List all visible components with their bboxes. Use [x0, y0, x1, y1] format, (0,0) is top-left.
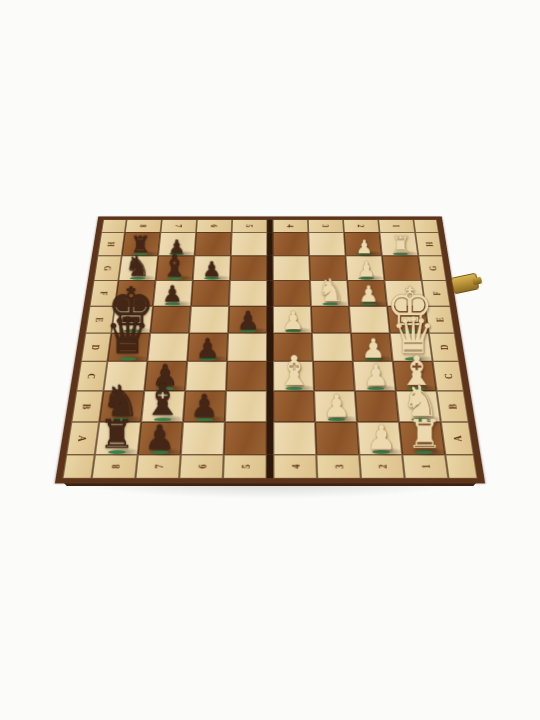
- rank-label-bottom-4: 4: [288, 464, 301, 468]
- file-label-left-B: B: [81, 404, 95, 409]
- square-d5: [227, 333, 267, 361]
- product-photo-scene: 87654321HHGGFFEEDDCCBBAA87654321♜♟♟♜♞♝♟♟…: [0, 0, 540, 720]
- rank-label-bottom-8: 8: [108, 464, 122, 468]
- piece-glyph: ♜: [98, 415, 134, 455]
- piece-glyph: ♝: [142, 378, 182, 422]
- square-h5: [231, 232, 267, 256]
- chess-board: 87654321HHGGFFEEDDCCBBAA87654321♜♟♟♜♞♝♟♟…: [55, 217, 485, 484]
- file-label-left-F: F: [98, 291, 110, 295]
- file-label-left-D: D: [90, 344, 103, 349]
- rank-label-top-4: 4: [285, 225, 296, 228]
- square-f4: [273, 280, 311, 306]
- piece-glyph: ♝: [161, 251, 188, 281]
- rank-label-bottom-6: 6: [195, 464, 209, 468]
- brass-clasp-icon: [451, 272, 480, 294]
- square-a5: [224, 422, 267, 455]
- piece-glyph: ♟: [281, 308, 303, 333]
- piece-glyph: ♞: [316, 275, 344, 306]
- piece-glyph: ♟: [356, 259, 375, 280]
- square-d3: [312, 333, 353, 361]
- rank-label-bottom-5: 5: [238, 464, 251, 468]
- frame-corner: [413, 220, 438, 233]
- piece-glyph: ♟: [144, 421, 175, 455]
- square-e7: [150, 306, 191, 333]
- square-h6: [194, 232, 231, 256]
- file-label-right-G: G: [426, 266, 438, 271]
- file-label-right-H: H: [423, 242, 435, 247]
- rank-label-top-7: 7: [173, 225, 184, 228]
- piece-glyph: ♟: [162, 284, 182, 306]
- piece-glyph: ♟: [358, 284, 378, 306]
- square-c3: [313, 361, 355, 391]
- piece-glyph: ♟: [190, 391, 218, 422]
- rank-label-top-6: 6: [209, 225, 220, 228]
- file-label-left-G: G: [102, 266, 114, 271]
- piece-glyph: ♝: [275, 350, 312, 391]
- piece-glyph: ♟: [361, 335, 385, 362]
- rank-label-top-3: 3: [320, 225, 331, 228]
- square-f5: [229, 280, 267, 306]
- piece-glyph: ♜: [406, 415, 442, 455]
- square-a6: [181, 422, 225, 455]
- square-b5: [225, 391, 267, 422]
- file-label-left-H: H: [105, 242, 117, 247]
- rank-label-top-2: 2: [356, 225, 367, 228]
- frame-corner: [445, 455, 477, 479]
- frame-corner: [62, 455, 94, 479]
- piece-glyph: ♟: [355, 237, 372, 256]
- piece-glyph: ♟: [366, 421, 397, 455]
- file-label-right-A: A: [450, 435, 464, 441]
- rank-label-bottom-1: 1: [418, 464, 432, 468]
- square-h4: [273, 232, 309, 256]
- file-label-right-C: C: [441, 373, 454, 378]
- square-d7: [147, 333, 189, 361]
- piece-glyph: ♟: [322, 391, 350, 422]
- frame-corner: [101, 220, 126, 233]
- piece-glyph: ♜: [390, 233, 410, 255]
- file-label-right-F: F: [430, 291, 442, 295]
- rank-label-top-1: 1: [391, 225, 402, 228]
- rank-label-top-5: 5: [244, 225, 255, 228]
- square-h3: [308, 232, 345, 256]
- square-a3: [315, 422, 359, 455]
- square-c6: [185, 361, 227, 391]
- piece-glyph: ♟: [236, 308, 258, 333]
- square-c5: [226, 361, 267, 391]
- file-label-right-D: D: [437, 344, 450, 349]
- square-b4: [273, 391, 315, 422]
- square-f6: [191, 280, 230, 306]
- file-label-left-C: C: [85, 373, 98, 378]
- rank-label-top-8: 8: [138, 225, 149, 228]
- piece-glyph: ♟: [202, 259, 221, 280]
- square-g5: [230, 256, 267, 281]
- piece-glyph: ♟: [195, 335, 219, 362]
- rank-label-bottom-2: 2: [375, 464, 389, 468]
- square-e3: [311, 306, 351, 333]
- piece-glyph: ♛: [105, 311, 150, 361]
- square-g4: [273, 256, 310, 281]
- file-label-left-A: A: [76, 435, 90, 441]
- square-a4: [273, 422, 316, 455]
- square-e2: [349, 306, 390, 333]
- rank-label-bottom-7: 7: [151, 464, 165, 468]
- piece-glyph: ♟: [362, 362, 388, 391]
- file-label-right-B: B: [446, 404, 460, 409]
- rank-label-bottom-3: 3: [332, 464, 346, 468]
- square-e6: [189, 306, 229, 333]
